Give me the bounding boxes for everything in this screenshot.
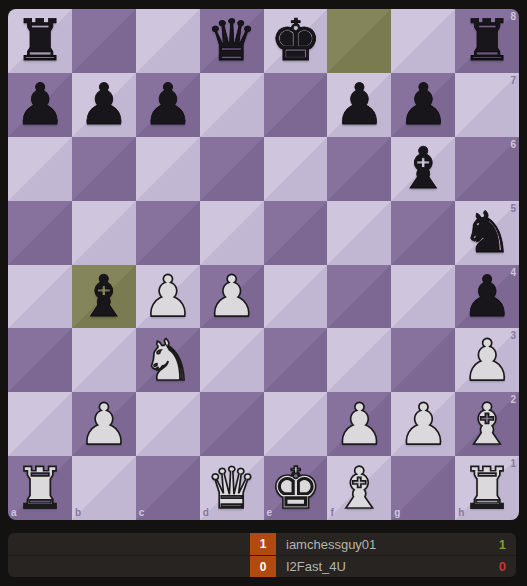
square-f1[interactable]: ♝f (327, 456, 391, 520)
players-panel: 1iamchessguy0110I2Fast_4U0 (8, 533, 516, 577)
piece-white-knight[interactable]: ♞ (142, 332, 193, 389)
piece-white-queen[interactable]: ♛ (206, 460, 257, 517)
square-c7[interactable]: ♟ (136, 73, 200, 137)
piece-black-pawn[interactable]: ♟ (398, 76, 449, 133)
square-d3[interactable] (200, 328, 264, 392)
square-b1[interactable]: b (72, 456, 136, 520)
game-result: 1 (499, 538, 516, 551)
square-b2[interactable]: ♟ (72, 392, 136, 456)
square-c3[interactable]: ♞ (136, 328, 200, 392)
square-f2[interactable]: ♟ (327, 392, 391, 456)
square-e7[interactable] (264, 73, 328, 137)
coord-rank-7: 7 (510, 76, 516, 86)
coord-file-b: b (75, 508, 81, 518)
piece-white-rook[interactable]: ♜ (462, 460, 513, 517)
square-g3[interactable] (391, 328, 455, 392)
square-d4[interactable]: ♟ (200, 265, 264, 329)
piece-white-pawn[interactable]: ♟ (334, 396, 385, 453)
square-d7[interactable] (200, 73, 264, 137)
square-e5[interactable] (264, 201, 328, 265)
square-c6[interactable] (136, 137, 200, 201)
square-g1[interactable]: g (391, 456, 455, 520)
piece-white-pawn[interactable]: ♟ (398, 396, 449, 453)
square-b4[interactable]: ♝ (72, 265, 136, 329)
square-f7[interactable]: ♟ (327, 73, 391, 137)
coord-file-g: g (394, 508, 400, 518)
square-a8[interactable]: ♜ (8, 9, 72, 73)
square-e2[interactable] (264, 392, 328, 456)
piece-black-rook[interactable]: ♜ (14, 12, 65, 69)
square-h3[interactable]: ♟3 (455, 328, 519, 392)
coord-rank-6: 6 (510, 140, 516, 150)
piece-black-bishop[interactable]: ♝ (78, 268, 129, 325)
square-b3[interactable] (72, 328, 136, 392)
square-a3[interactable] (8, 328, 72, 392)
piece-white-king[interactable]: ♚ (270, 460, 321, 517)
square-b7[interactable]: ♟ (72, 73, 136, 137)
square-h4[interactable]: ♟4 (455, 265, 519, 329)
piece-black-pawn[interactable]: ♟ (462, 268, 513, 325)
square-c4[interactable]: ♟ (136, 265, 200, 329)
piece-black-knight[interactable]: ♞ (462, 204, 513, 261)
square-d6[interactable] (200, 137, 264, 201)
game-result: 0 (499, 560, 516, 573)
square-h6[interactable]: 6 (455, 137, 519, 201)
square-f3[interactable] (327, 328, 391, 392)
square-e8[interactable]: ♚ (264, 9, 328, 73)
square-b8[interactable] (72, 9, 136, 73)
square-f6[interactable] (327, 137, 391, 201)
piece-white-pawn[interactable]: ♟ (142, 268, 193, 325)
player-name[interactable]: iamchessguy01 (276, 538, 499, 551)
square-c8[interactable] (136, 9, 200, 73)
square-c5[interactable] (136, 201, 200, 265)
square-e4[interactable] (264, 265, 328, 329)
square-a1[interactable]: ♜a (8, 456, 72, 520)
square-c1[interactable]: c (136, 456, 200, 520)
piece-black-queen[interactable]: ♛ (206, 12, 257, 69)
piece-white-bishop[interactable]: ♝ (462, 396, 513, 453)
square-h5[interactable]: ♞5 (455, 201, 519, 265)
square-b5[interactable] (72, 201, 136, 265)
piece-white-pawn[interactable]: ♟ (462, 332, 513, 389)
square-g7[interactable]: ♟ (391, 73, 455, 137)
square-a5[interactable] (8, 201, 72, 265)
square-f8[interactable] (327, 9, 391, 73)
piece-black-pawn[interactable]: ♟ (334, 76, 385, 133)
square-f5[interactable] (327, 201, 391, 265)
player-name[interactable]: I2Fast_4U (276, 560, 499, 573)
player-row-2: 0I2Fast_4U0 (8, 555, 516, 577)
square-e6[interactable] (264, 137, 328, 201)
square-g2[interactable]: ♟ (391, 392, 455, 456)
square-g4[interactable] (391, 265, 455, 329)
coord-file-c: c (139, 508, 145, 518)
piece-black-king[interactable]: ♚ (270, 12, 321, 69)
piece-black-pawn[interactable]: ♟ (78, 76, 129, 133)
square-e3[interactable] (264, 328, 328, 392)
piece-white-rook[interactable]: ♜ (14, 460, 65, 517)
square-g8[interactable] (391, 9, 455, 73)
square-a7[interactable]: ♟ (8, 73, 72, 137)
square-h7[interactable]: 7 (455, 73, 519, 137)
square-g6[interactable]: ♝ (391, 137, 455, 201)
square-e1[interactable]: ♚e (264, 456, 328, 520)
square-h8[interactable]: ♜8 (455, 9, 519, 73)
square-d8[interactable]: ♛ (200, 9, 264, 73)
square-d1[interactable]: ♛d (200, 456, 264, 520)
player-row-1: 1iamchessguy011 (8, 533, 516, 555)
chess-board: ♜♛♚♜8♟♟♟♟♟7♝6♞5♝♟♟♟4♞♟3♟♟♟♝2♜abc♛d♚e♝fg♜… (8, 9, 519, 520)
square-h1[interactable]: ♜1h (455, 456, 519, 520)
square-d2[interactable] (200, 392, 264, 456)
square-a6[interactable] (8, 137, 72, 201)
match-score: 1 (250, 533, 276, 555)
square-b6[interactable] (72, 137, 136, 201)
match-score: 0 (250, 556, 276, 577)
piece-white-bishop[interactable]: ♝ (334, 460, 385, 517)
piece-black-pawn[interactable]: ♟ (14, 76, 65, 133)
square-g5[interactable] (391, 201, 455, 265)
piece-white-pawn[interactable]: ♟ (78, 396, 129, 453)
square-c2[interactable] (136, 392, 200, 456)
piece-black-rook[interactable]: ♜ (462, 12, 513, 69)
square-a4[interactable] (8, 265, 72, 329)
piece-black-pawn[interactable]: ♟ (142, 76, 193, 133)
piece-black-bishop[interactable]: ♝ (398, 140, 449, 197)
square-a2[interactable] (8, 392, 72, 456)
square-d5[interactable] (200, 201, 264, 265)
square-f4[interactable] (327, 265, 391, 329)
square-h2[interactable]: ♝2 (455, 392, 519, 456)
piece-white-pawn[interactable]: ♟ (206, 268, 257, 325)
